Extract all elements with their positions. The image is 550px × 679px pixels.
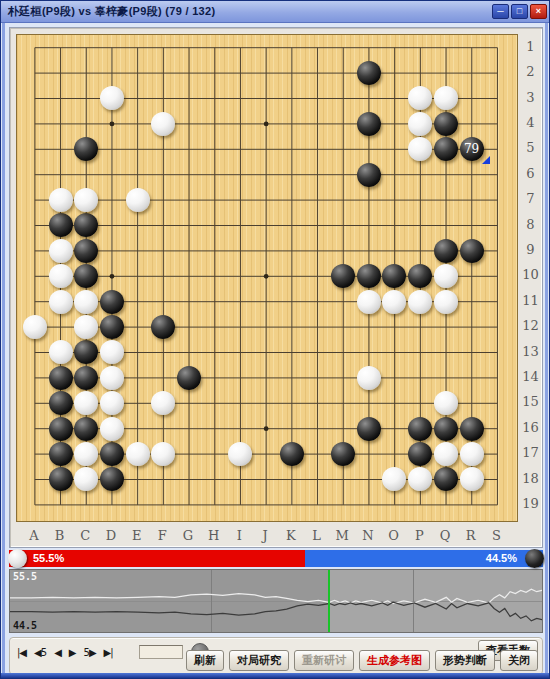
col-label-M: M [332, 528, 352, 543]
winrate-graph[interactable]: 55.5 44.5 [9, 569, 543, 633]
stone-B11[interactable] [49, 290, 73, 314]
black-stone-icon [525, 549, 544, 568]
stone-N2[interactable] [357, 61, 381, 85]
stone-C9[interactable] [74, 239, 98, 263]
col-label-D: D [101, 528, 121, 543]
row-label-13: 13 [520, 344, 541, 359]
last-move-button[interactable]: ▶| [104, 647, 113, 658]
col-label-Q: Q [435, 528, 455, 543]
stone-B9[interactable] [49, 239, 73, 263]
row-label-6: 6 [520, 166, 541, 181]
action-buttons: 刷新 对局研究 重新研讨 生成参考图 形势判断 关闭 [186, 650, 538, 671]
maximize-button[interactable]: □ [511, 4, 528, 19]
stone-B17[interactable] [49, 442, 73, 466]
stone-D16[interactable] [100, 417, 124, 441]
stone-P16[interactable] [408, 417, 432, 441]
col-label-L: L [307, 528, 327, 543]
stone-N11[interactable] [357, 290, 381, 314]
stone-Q10[interactable] [434, 264, 458, 288]
stone-Q4[interactable] [434, 112, 458, 136]
graph-bottom-label: 44.5 [13, 620, 37, 631]
row-label-2: 2 [520, 64, 541, 79]
stone-K17[interactable] [280, 442, 304, 466]
stone-C17[interactable] [74, 442, 98, 466]
winrate-bar: 55.5% 44.5% [9, 550, 543, 567]
stone-B18[interactable] [49, 467, 73, 491]
stone-Q15[interactable] [434, 391, 458, 415]
stone-D12[interactable] [100, 315, 124, 339]
stone-B14[interactable] [49, 366, 73, 390]
close-button[interactable]: 关闭 [500, 650, 538, 671]
white-winrate-label: 55.5% [33, 552, 64, 564]
stone-D15[interactable] [100, 391, 124, 415]
generate-reference-button[interactable]: 生成参考图 [359, 650, 430, 671]
stone-N16[interactable] [357, 417, 381, 441]
window-bottom-edge [1, 673, 550, 678]
move-navigation: |◀ ◀5 ◀ ▶ 5▶ ▶| go [17, 643, 209, 661]
graph-top-label: 55.5 [13, 571, 37, 582]
stone-R16[interactable] [460, 417, 484, 441]
stone-Q18[interactable] [434, 467, 458, 491]
stone-R18[interactable] [460, 467, 484, 491]
stone-B15[interactable] [49, 391, 73, 415]
current-move-marker-icon [482, 156, 490, 164]
column-labels: ABCDEFGHIJKLMNOPQRS [16, 525, 518, 547]
stone-B13[interactable] [49, 340, 73, 364]
row-label-16: 16 [520, 420, 541, 435]
first-move-button[interactable]: |◀ [17, 647, 26, 658]
close-window-button[interactable]: × [530, 4, 547, 19]
row-label-5: 5 [520, 140, 541, 155]
stone-C11[interactable] [74, 290, 98, 314]
move-number-input[interactable] [139, 645, 183, 659]
row-label-11: 11 [520, 293, 541, 308]
stone-Q17[interactable] [434, 442, 458, 466]
row-label-14: 14 [520, 369, 541, 384]
current-move-line [328, 570, 330, 632]
go-board[interactable]: 79 [16, 34, 518, 522]
col-label-P: P [409, 528, 429, 543]
white-stone-icon [8, 549, 27, 568]
row-label-19: 19 [520, 496, 541, 511]
last-move-number: 79 [460, 137, 484, 161]
col-label-A: A [24, 528, 44, 543]
col-label-I: I [229, 528, 249, 543]
stone-B16[interactable] [49, 417, 73, 441]
stone-C16[interactable] [74, 417, 98, 441]
stone-P17[interactable] [408, 442, 432, 466]
app-window: 朴廷桓(P9段) vs 辜梓豪(P9段) (79 / 132) ─ □ × 79… [0, 0, 550, 679]
col-label-O: O [384, 528, 404, 543]
stone-G14[interactable] [177, 366, 201, 390]
winrate-curves [10, 570, 542, 632]
title-bar: 朴廷桓(P9段) vs 辜梓豪(P9段) (79 / 132) ─ □ × [1, 1, 550, 23]
game-research-button[interactable]: 对局研究 [229, 650, 289, 671]
stone-D17[interactable] [100, 442, 124, 466]
row-label-12: 12 [520, 318, 541, 333]
col-label-C: C [75, 528, 95, 543]
window-title: 朴廷桓(P9段) vs 辜梓豪(P9段) (79 / 132) [1, 4, 215, 19]
back-1-button[interactable]: ◀ [54, 647, 61, 658]
row-label-3: 3 [520, 90, 541, 105]
stone-M17[interactable] [331, 442, 355, 466]
stone-N10[interactable] [357, 264, 381, 288]
row-label-9: 9 [520, 242, 541, 257]
stone-A12[interactable] [23, 315, 47, 339]
minimize-button[interactable]: ─ [492, 4, 509, 19]
refresh-button[interactable]: 刷新 [186, 650, 224, 671]
row-label-10: 10 [520, 267, 541, 282]
col-label-E: E [127, 528, 147, 543]
col-label-K: K [281, 528, 301, 543]
row-label-7: 7 [520, 191, 541, 206]
col-label-G: G [178, 528, 198, 543]
col-label-N: N [358, 528, 378, 543]
stone-Q16[interactable] [434, 417, 458, 441]
row-label-15: 15 [520, 394, 541, 409]
stone-C14[interactable] [74, 366, 98, 390]
row-label-8: 8 [520, 217, 541, 232]
control-panel: |◀ ◀5 ◀ ▶ 5▶ ▶| go 查看手数 刷新 对局研究 重新研讨 生成参… [9, 637, 543, 675]
col-label-R: R [461, 528, 481, 543]
stone-F4[interactable] [151, 112, 175, 136]
stone-B7[interactable] [49, 188, 73, 212]
stone-O11[interactable] [382, 290, 406, 314]
col-label-H: H [204, 528, 224, 543]
forward-1-button[interactable]: ▶ [69, 647, 76, 658]
situation-judgment-button[interactable]: 形势判断 [435, 650, 495, 671]
row-labels: 12345678910111213141516171819 [520, 34, 543, 522]
re-research-button[interactable]: 重新研讨 [294, 650, 354, 671]
row-label-1: 1 [520, 39, 541, 54]
stone-R17[interactable] [460, 442, 484, 466]
col-label-S: S [486, 528, 506, 543]
stone-D11[interactable] [100, 290, 124, 314]
black-winrate-label: 44.5% [486, 552, 517, 564]
col-label-F: F [152, 528, 172, 543]
stone-R5[interactable]: 79 [460, 137, 484, 161]
stone-Q5[interactable] [434, 137, 458, 161]
row-label-17: 17 [520, 445, 541, 460]
stone-P4[interactable] [408, 112, 432, 136]
stone-B10[interactable] [49, 264, 73, 288]
board-frame: 79 ABCDEFGHIJKLMNOPQRS 12345678910111213… [9, 27, 543, 548]
stone-Q11[interactable] [434, 290, 458, 314]
stone-D14[interactable] [100, 366, 124, 390]
col-label-J: J [255, 528, 275, 543]
stone-P11[interactable] [408, 290, 432, 314]
stone-R9[interactable] [460, 239, 484, 263]
stone-E7[interactable] [126, 188, 150, 212]
stone-E17[interactable] [126, 442, 150, 466]
stone-B8[interactable] [49, 213, 73, 237]
forward-5-button[interactable]: 5▶ [84, 647, 96, 658]
row-label-18: 18 [520, 471, 541, 486]
stone-N14[interactable] [357, 366, 381, 390]
col-label-B: B [50, 528, 70, 543]
stone-N6[interactable] [357, 163, 381, 187]
back-5-button[interactable]: ◀5 [34, 647, 46, 658]
row-label-4: 4 [520, 115, 541, 130]
stone-Q9[interactable] [434, 239, 458, 263]
stone-N4[interactable] [357, 112, 381, 136]
